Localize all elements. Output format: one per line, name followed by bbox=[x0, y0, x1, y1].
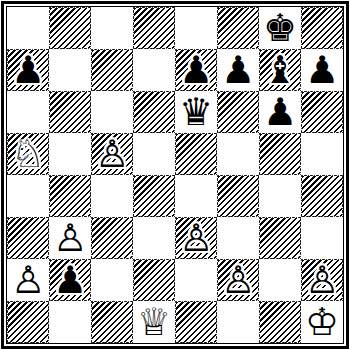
square-b3[interactable]: ♙ bbox=[49, 217, 91, 259]
square-h3[interactable] bbox=[301, 217, 343, 259]
square-c6[interactable] bbox=[91, 91, 133, 133]
square-e4[interactable] bbox=[175, 175, 217, 217]
square-a8[interactable] bbox=[7, 7, 49, 49]
square-f8[interactable] bbox=[217, 7, 259, 49]
white-knight-a5: ♘ bbox=[11, 133, 45, 175]
square-f5[interactable] bbox=[217, 133, 259, 175]
white-queen-d1: ♕ bbox=[137, 301, 171, 343]
white-pawn-h2: ♙ bbox=[305, 259, 339, 301]
square-f1[interactable] bbox=[217, 301, 259, 343]
black-pawn-g6: ♟ bbox=[263, 91, 297, 133]
white-king-h1: ♔ bbox=[305, 301, 339, 343]
square-g4[interactable] bbox=[259, 175, 301, 217]
black-pawn-b2: ♟ bbox=[53, 259, 87, 301]
black-pawn-h7: ♟ bbox=[305, 49, 339, 91]
white-pawn-a2: ♙ bbox=[11, 259, 45, 301]
black-bishop-g7: ♝ bbox=[263, 49, 297, 91]
square-h2[interactable]: ♙ bbox=[301, 259, 343, 301]
square-b4[interactable] bbox=[49, 175, 91, 217]
black-queen-e6: ♛ bbox=[179, 91, 213, 133]
square-g1[interactable] bbox=[259, 301, 301, 343]
white-pawn-f2: ♙ bbox=[221, 259, 255, 301]
square-h4[interactable] bbox=[301, 175, 343, 217]
square-d3[interactable] bbox=[133, 217, 175, 259]
square-a1[interactable] bbox=[7, 301, 49, 343]
square-h7[interactable]: ♟ bbox=[301, 49, 343, 91]
square-e3[interactable]: ♙ bbox=[175, 217, 217, 259]
chess-board-grid: ♚♟♟♟♝♟♛♟♘♙♙♙♙♟♙♙♕♔ bbox=[7, 7, 343, 343]
square-h1[interactable]: ♔ bbox=[301, 301, 343, 343]
square-d6[interactable] bbox=[133, 91, 175, 133]
square-a6[interactable] bbox=[7, 91, 49, 133]
square-b8[interactable] bbox=[49, 7, 91, 49]
square-b2[interactable]: ♟ bbox=[49, 259, 91, 301]
square-e6[interactable]: ♛ bbox=[175, 91, 217, 133]
square-c1[interactable] bbox=[91, 301, 133, 343]
square-g3[interactable] bbox=[259, 217, 301, 259]
square-g8[interactable]: ♚ bbox=[259, 7, 301, 49]
square-f3[interactable] bbox=[217, 217, 259, 259]
square-e2[interactable] bbox=[175, 259, 217, 301]
square-a3[interactable] bbox=[7, 217, 49, 259]
black-pawn-f7: ♟ bbox=[221, 49, 255, 91]
square-a4[interactable] bbox=[7, 175, 49, 217]
square-d4[interactable] bbox=[133, 175, 175, 217]
square-e5[interactable] bbox=[175, 133, 217, 175]
white-pawn-e3: ♙ bbox=[179, 217, 213, 259]
square-f6[interactable] bbox=[217, 91, 259, 133]
square-d5[interactable] bbox=[133, 133, 175, 175]
square-c4[interactable] bbox=[91, 175, 133, 217]
square-f2[interactable]: ♙ bbox=[217, 259, 259, 301]
square-c8[interactable] bbox=[91, 7, 133, 49]
square-g6[interactable]: ♟ bbox=[259, 91, 301, 133]
square-e7[interactable]: ♟ bbox=[175, 49, 217, 91]
square-b5[interactable] bbox=[49, 133, 91, 175]
square-d2[interactable] bbox=[133, 259, 175, 301]
chess-board: ♚♟♟♟♝♟♛♟♘♙♙♙♙♟♙♙♕♔ bbox=[1, 1, 349, 349]
square-d8[interactable] bbox=[133, 7, 175, 49]
white-pawn-b3: ♙ bbox=[53, 217, 87, 259]
square-h5[interactable] bbox=[301, 133, 343, 175]
square-g5[interactable] bbox=[259, 133, 301, 175]
square-f4[interactable] bbox=[217, 175, 259, 217]
square-c5[interactable]: ♙ bbox=[91, 133, 133, 175]
chess-board-frame: ♚♟♟♟♝♟♛♟♘♙♙♙♙♟♙♙♕♔ bbox=[6, 6, 344, 344]
black-pawn-e7: ♟ bbox=[179, 49, 213, 91]
square-c3[interactable] bbox=[91, 217, 133, 259]
square-e1[interactable] bbox=[175, 301, 217, 343]
square-g2[interactable] bbox=[259, 259, 301, 301]
square-e8[interactable] bbox=[175, 7, 217, 49]
square-b6[interactable] bbox=[49, 91, 91, 133]
square-a5[interactable]: ♘ bbox=[7, 133, 49, 175]
black-king-g8: ♚ bbox=[263, 7, 297, 49]
square-a2[interactable]: ♙ bbox=[7, 259, 49, 301]
square-b7[interactable] bbox=[49, 49, 91, 91]
square-h6[interactable] bbox=[301, 91, 343, 133]
square-a7[interactable]: ♟ bbox=[7, 49, 49, 91]
black-pawn-a7: ♟ bbox=[11, 49, 45, 91]
square-d7[interactable] bbox=[133, 49, 175, 91]
square-b1[interactable] bbox=[49, 301, 91, 343]
square-c2[interactable] bbox=[91, 259, 133, 301]
square-h8[interactable] bbox=[301, 7, 343, 49]
square-g7[interactable]: ♝ bbox=[259, 49, 301, 91]
white-pawn-c5: ♙ bbox=[95, 133, 129, 175]
square-d1[interactable]: ♕ bbox=[133, 301, 175, 343]
square-c7[interactable] bbox=[91, 49, 133, 91]
square-f7[interactable]: ♟ bbox=[217, 49, 259, 91]
